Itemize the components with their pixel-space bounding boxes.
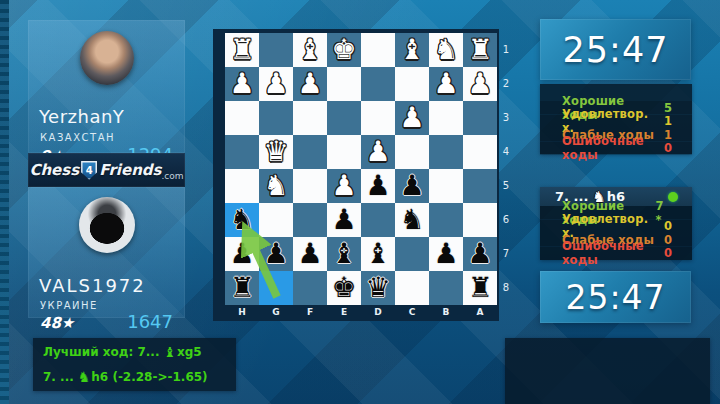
square-d6[interactable] — [361, 203, 395, 237]
square-d5[interactable]: ♟ — [361, 169, 395, 203]
piece-bK-e8: ♚ — [331, 271, 356, 305]
square-f8[interactable] — [293, 271, 327, 305]
square-h3[interactable] — [225, 101, 259, 135]
square-b7[interactable]: ♟ — [429, 237, 463, 271]
piece-bP-d5: ♟ — [365, 169, 390, 203]
square-e4[interactable] — [327, 135, 361, 169]
piece-bP-a7: ♟ — [467, 237, 492, 271]
piece-bP-b7: ♟ — [433, 237, 458, 271]
square-b5[interactable] — [429, 169, 463, 203]
square-e7[interactable]: ♝ — [327, 237, 361, 271]
square-f6[interactable] — [293, 203, 327, 237]
square-h7[interactable]: ♟ — [225, 237, 259, 271]
piece-wN-b1: ♞ — [433, 33, 458, 67]
app-screen: YerzhanY КАЗАХСТАН 9★ 1294 Chess 4 Frien… — [0, 0, 720, 404]
square-d7[interactable]: ♝ — [361, 237, 395, 271]
bottom-player-clock: 25:47 — [540, 271, 691, 323]
rank-label-3: 3 — [499, 101, 513, 135]
piece-bP-e6: ♟ — [331, 203, 356, 237]
square-h8[interactable]: ♜ — [225, 271, 259, 305]
piece-bN-h6: ♞ — [229, 203, 254, 237]
logo-tld: .com — [161, 171, 183, 181]
square-f1[interactable]: ♝ — [293, 33, 327, 67]
piece-bR-a8: ♜ — [467, 271, 492, 305]
last-move-analysis-panel: 7. ... ♞ h6 Хорошие ходы7 * Удовлетвор. … — [540, 187, 692, 260]
square-c4[interactable] — [395, 135, 429, 169]
piece-wP-g2: ♟ — [263, 67, 288, 101]
square-b6[interactable] — [429, 203, 463, 237]
top-player-clock: 25:47 — [540, 19, 691, 80]
bottom-clock-time: 25:47 — [565, 278, 665, 317]
square-g5[interactable]: ♞ — [259, 169, 293, 203]
square-h4[interactable] — [225, 135, 259, 169]
square-f2[interactable]: ♟ — [293, 67, 327, 101]
piece-wR-a1: ♜ — [467, 33, 492, 67]
piece-bP-c5: ♟ — [399, 169, 424, 203]
knight-icon: ♞ — [78, 369, 91, 385]
square-g6[interactable] — [259, 203, 293, 237]
piece-bP-g7: ♟ — [263, 237, 288, 271]
square-a4[interactable] — [463, 135, 497, 169]
square-d1[interactable] — [361, 33, 395, 67]
square-g7[interactable]: ♟ — [259, 237, 293, 271]
board-grid: ♜♝♚♝♞♜♟♟♟♟♟♟♛♟♞♟♟♟♞♟♞♟♟♟♝♝♟♟♜♚♛♜ — [225, 33, 497, 305]
piece-wP-d4: ♟ — [365, 135, 390, 169]
square-e3[interactable] — [327, 101, 361, 135]
left-edge-strip — [0, 0, 9, 404]
file-label-g: G — [259, 305, 293, 321]
piece-bP-f7: ♟ — [297, 237, 322, 271]
chess-board: ♜♝♚♝♞♜♟♟♟♟♟♟♛♟♞♟♟♟♞♟♞♟♟♟♝♝♟♟♜♚♛♜ HGFEDCB… — [213, 29, 499, 321]
square-h6[interactable]: ♞ — [225, 203, 259, 237]
square-g4[interactable]: ♛ — [259, 135, 293, 169]
square-h2[interactable]: ♟ — [225, 67, 259, 101]
piece-bB-e7: ♝ — [331, 237, 356, 271]
square-a1[interactable]: ♜ — [463, 33, 497, 67]
rank-label-1: 1 — [499, 33, 513, 67]
file-label-b: B — [429, 305, 463, 321]
square-d8[interactable]: ♛ — [361, 271, 395, 305]
piece-wQ-g4: ♛ — [263, 135, 288, 169]
file-labels: HGFEDCBA — [225, 305, 497, 321]
stat-row-mistake: Ошибочные ходы0 — [540, 142, 692, 155]
white-move-quality-panel: Хорошие ходы5 Удовлетвор. х.1 Слабые ход… — [540, 84, 692, 154]
square-b2[interactable]: ♟ — [429, 67, 463, 101]
player-card-bottom: VALS1972 УКРАИНЕ 48★ 1647 — [28, 187, 185, 318]
square-f5[interactable] — [293, 169, 327, 203]
square-e1[interactable]: ♚ — [327, 33, 361, 67]
bottom-player-rating: 1647 — [127, 311, 173, 332]
piece-wP-h2: ♟ — [229, 67, 254, 101]
top-player-name: YerzhanY — [39, 106, 124, 127]
square-a2[interactable]: ♟ — [463, 67, 497, 101]
rank-labels: 12345678 — [499, 33, 513, 305]
piece-wP-c3: ♟ — [399, 101, 424, 135]
square-d3[interactable] — [361, 101, 395, 135]
file-label-d: D — [361, 305, 395, 321]
piece-bB-d7: ♝ — [365, 237, 390, 271]
square-e5[interactable]: ♟ — [327, 169, 361, 203]
piece-wP-e5: ♟ — [331, 169, 356, 203]
site-logo: Chess 4 Friends .com — [28, 153, 185, 187]
square-h5[interactable] — [225, 169, 259, 203]
square-e2[interactable] — [327, 67, 361, 101]
square-g3[interactable] — [259, 101, 293, 135]
piece-bR-h8: ♜ — [229, 271, 254, 305]
square-b3[interactable] — [429, 101, 463, 135]
top-player-avatar — [80, 31, 134, 85]
square-b1[interactable]: ♞ — [429, 33, 463, 67]
square-h1[interactable]: ♜ — [225, 33, 259, 67]
square-g1[interactable] — [259, 33, 293, 67]
piece-wP-a2: ♟ — [467, 67, 492, 101]
square-e6[interactable]: ♟ — [327, 203, 361, 237]
square-f4[interactable] — [293, 135, 327, 169]
rank-label-6: 6 — [499, 203, 513, 237]
file-label-h: H — [225, 305, 259, 321]
stat-row-satisfactory: Удовлетвор. х.1 — [540, 115, 692, 128]
square-c8[interactable] — [395, 271, 429, 305]
stat-row-satisfactory: Удовлетвор. х.0 — [540, 220, 692, 233]
piece-wK-e1: ♚ — [331, 33, 356, 67]
bottom-right-empty-panel — [505, 338, 710, 404]
square-b8[interactable] — [429, 271, 463, 305]
piece-bQ-d8: ♛ — [365, 271, 390, 305]
square-f3[interactable] — [293, 101, 327, 135]
square-c6[interactable]: ♞ — [395, 203, 429, 237]
bishop-icon: ♝ — [163, 344, 176, 360]
square-d4[interactable]: ♟ — [361, 135, 395, 169]
bottom-player-stars: 48★ — [40, 314, 74, 332]
logo-shield-icon: 4 — [81, 161, 97, 180]
bottom-player-name: VALS1972 — [39, 275, 146, 296]
square-a5[interactable] — [463, 169, 497, 203]
top-player-country: КАЗАХСТАН — [40, 132, 115, 143]
square-g8[interactable] — [259, 271, 293, 305]
square-a6[interactable] — [463, 203, 497, 237]
stat-row-mistake: Ошибочные ходы0 — [540, 247, 692, 260]
file-label-a: A — [463, 305, 497, 321]
rank-label-5: 5 — [499, 169, 513, 203]
best-move-line: Лучший ход: 7... ♝ xg5 — [43, 344, 226, 360]
square-c2[interactable] — [395, 67, 429, 101]
rank-label-2: 2 — [499, 67, 513, 101]
square-a7[interactable]: ♟ — [463, 237, 497, 271]
square-c3[interactable]: ♟ — [395, 101, 429, 135]
square-c7[interactable] — [395, 237, 429, 271]
file-label-f: F — [293, 305, 327, 321]
square-e8[interactable]: ♚ — [327, 271, 361, 305]
piece-wP-f2: ♟ — [297, 67, 322, 101]
square-f7[interactable]: ♟ — [293, 237, 327, 271]
square-a3[interactable] — [463, 101, 497, 135]
square-g2[interactable]: ♟ — [259, 67, 293, 101]
rank-label-4: 4 — [499, 135, 513, 169]
piece-bP-h7: ♟ — [229, 237, 254, 271]
square-b4[interactable] — [429, 135, 463, 169]
logo-text-right: Friends — [99, 161, 161, 179]
top-clock-time: 25:47 — [563, 30, 669, 70]
bottom-player-country: УКРАИНЕ — [40, 300, 98, 311]
file-label-c: C — [395, 305, 429, 321]
bottom-player-stats-row: 48★ 1647 — [40, 311, 173, 332]
square-a8[interactable]: ♜ — [463, 271, 497, 305]
logo-text-left: Chess — [29, 161, 79, 179]
player-card-top: YerzhanY КАЗАХСТАН 9★ 1294 — [28, 20, 185, 153]
piece-bN-c6: ♞ — [399, 203, 424, 237]
piece-wN-g5: ♞ — [263, 169, 288, 203]
file-label-e: E — [327, 305, 361, 321]
piece-wP-b2: ♟ — [433, 67, 458, 101]
bottom-player-avatar — [79, 197, 135, 253]
piece-wB-c1: ♝ — [399, 33, 424, 67]
piece-wB-f1: ♝ — [297, 33, 322, 67]
piece-wR-h1: ♜ — [229, 33, 254, 67]
square-c1[interactable]: ♝ — [395, 33, 429, 67]
rank-label-8: 8 — [499, 271, 513, 305]
square-d2[interactable] — [361, 67, 395, 101]
rank-label-7: 7 — [499, 237, 513, 271]
square-c5[interactable]: ♟ — [395, 169, 429, 203]
played-move-line: 7. ... ♞ h6 (-2.28->-1.65) — [43, 369, 226, 385]
best-move-panel: Лучший ход: 7... ♝ xg5 7. ... ♞ h6 (-2.2… — [33, 338, 236, 391]
